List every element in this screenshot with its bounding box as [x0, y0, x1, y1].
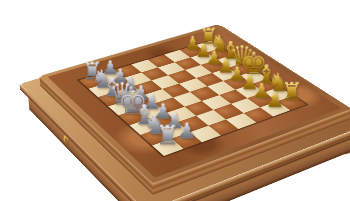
square-h1: ♜ — [152, 139, 183, 156]
piece-black-pawn: ♟ — [266, 89, 285, 110]
chess-case: ♜♟♟♜♞♟♟♞♝♟♟♝♛♟♟♛♚♟♟♚♝♟♟♝♞♟♟♞♜♟♟♜ — [40, 24, 350, 183]
piece-white-pawn: ♟ — [177, 120, 197, 142]
square-h6 — [243, 107, 273, 123]
chess-set-photo: ♜♟♟♜♞♟♟♞♝♟♟♝♛♟♟♛♚♟♟♚♝♟♟♝♞♟♟♞♜♟♟♜ — [0, 0, 350, 201]
perspective-wrapper: ♜♟♟♜♞♟♟♞♝♟♟♝♛♟♟♛♚♟♟♚♝♟♟♝♞♟♟♞♜♟♟♜ — [0, 0, 350, 201]
piece-white-rook: ♜ — [156, 122, 180, 149]
